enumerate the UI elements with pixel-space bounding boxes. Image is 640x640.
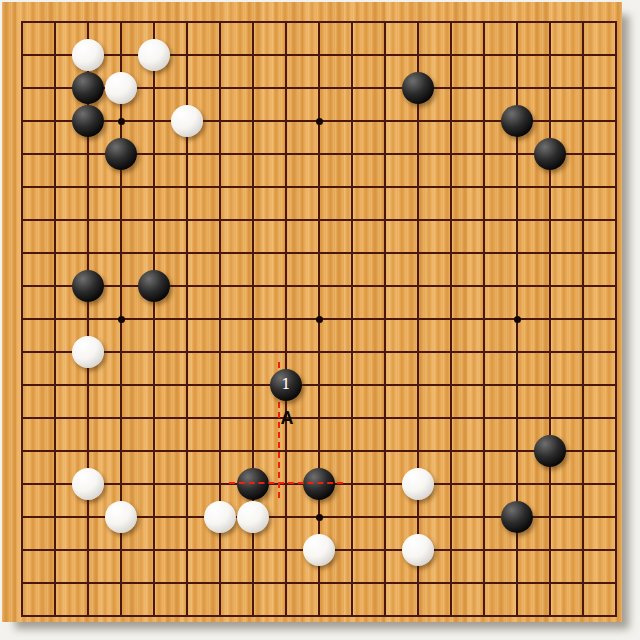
white-stone-f16[interactable] <box>171 105 203 137</box>
white-stone-c5[interactable] <box>72 468 104 500</box>
white-stone-g4[interactable] <box>204 501 236 533</box>
black-stone-q4[interactable] <box>501 501 533 533</box>
grid-line-vertical <box>384 21 386 617</box>
crosshair-horizontal-line <box>229 482 343 484</box>
goban-frame: 1A <box>0 0 640 640</box>
grid-line-vertical <box>450 21 452 617</box>
black-stone-h5[interactable] <box>237 468 269 500</box>
black-stone-r15[interactable] <box>534 138 566 170</box>
black-stone-k5[interactable] <box>303 468 335 500</box>
white-stone-n5[interactable] <box>402 468 434 500</box>
grid-line-horizontal <box>21 417 617 419</box>
label-a: A <box>274 407 300 429</box>
white-stone-c18[interactable] <box>72 39 104 71</box>
star-point <box>316 514 323 521</box>
black-stone-c11[interactable] <box>72 270 104 302</box>
grid-line-vertical <box>582 21 584 617</box>
star-point <box>118 118 125 125</box>
black-stone-r6[interactable] <box>534 435 566 467</box>
star-point <box>514 316 521 323</box>
grid-line-vertical <box>549 21 551 617</box>
white-stone-c9[interactable] <box>72 336 104 368</box>
black-stone-q16[interactable] <box>501 105 533 137</box>
white-stone-d17[interactable] <box>105 72 137 104</box>
white-stone-k3[interactable] <box>303 534 335 566</box>
move-number-label: 1 <box>270 369 302 401</box>
white-stone-e18[interactable] <box>138 39 170 71</box>
move-1-stone[interactable]: 1 <box>270 369 302 401</box>
star-point <box>118 316 125 323</box>
white-stone-d4[interactable] <box>105 501 137 533</box>
star-point <box>316 118 323 125</box>
go-board[interactable]: 1A <box>2 2 622 622</box>
grid-line-vertical <box>483 21 485 617</box>
black-stone-e11[interactable] <box>138 270 170 302</box>
grid-line-vertical <box>417 21 419 617</box>
black-stone-n17[interactable] <box>402 72 434 104</box>
white-stone-h4[interactable] <box>237 501 269 533</box>
grid-line-horizontal <box>21 384 617 386</box>
grid-line-vertical <box>615 21 617 617</box>
black-stone-c17[interactable] <box>72 72 104 104</box>
star-point <box>316 316 323 323</box>
grid-line-horizontal <box>21 582 617 584</box>
black-stone-c16[interactable] <box>72 105 104 137</box>
grid-line-vertical <box>351 21 353 617</box>
grid-line-horizontal <box>21 615 617 617</box>
black-stone-d15[interactable] <box>105 138 137 170</box>
grid-line-horizontal <box>21 351 617 353</box>
white-stone-n3[interactable] <box>402 534 434 566</box>
grid-line-horizontal <box>21 450 617 452</box>
